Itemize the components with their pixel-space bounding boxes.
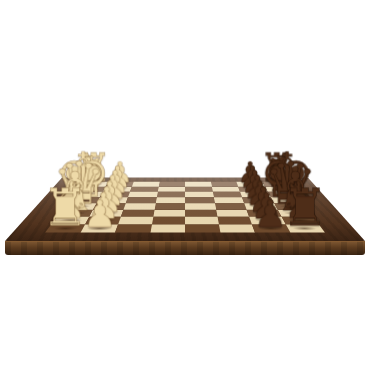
square-c4[interactable] — [153, 210, 185, 217]
square-c5[interactable] — [185, 210, 217, 217]
square-a8[interactable]: ♜ — [285, 224, 324, 232]
square-b5[interactable] — [185, 217, 218, 225]
piece-black-rook-a8[interactable]: ♜ — [260, 182, 350, 234]
chess-board: ♜♟♟♜♞♟♟♞♝♟♟♝♚♟♟♚♛♟♟♛♝♟♟♝♞♟♟♞♜♟♟♜ — [5, 178, 365, 241]
board-frame: ♜♟♟♜♞♟♟♞♝♟♟♝♚♟♟♚♛♟♟♛♝♟♟♝♞♟♟♞♜♟♟♜ — [5, 178, 365, 241]
square-a5[interactable] — [185, 224, 220, 232]
square-a2[interactable]: ♟ — [80, 224, 118, 232]
board-front-edge — [5, 241, 365, 255]
square-a4[interactable] — [150, 224, 185, 232]
piece-white-pawn-a2[interactable]: ♟ — [55, 195, 145, 232]
square-b4[interactable] — [152, 217, 185, 225]
chess-set-photo: ♜♟♟♜♞♟♟♞♝♟♟♝♚♟♟♚♛♟♟♛♝♟♟♝♞♟♟♞♜♟♟♜ — [0, 0, 370, 370]
board-grid: ♜♟♟♜♞♟♟♞♝♟♟♝♚♟♟♚♛♟♟♛♝♟♟♝♞♟♟♞♜♟♟♜ — [45, 182, 325, 233]
